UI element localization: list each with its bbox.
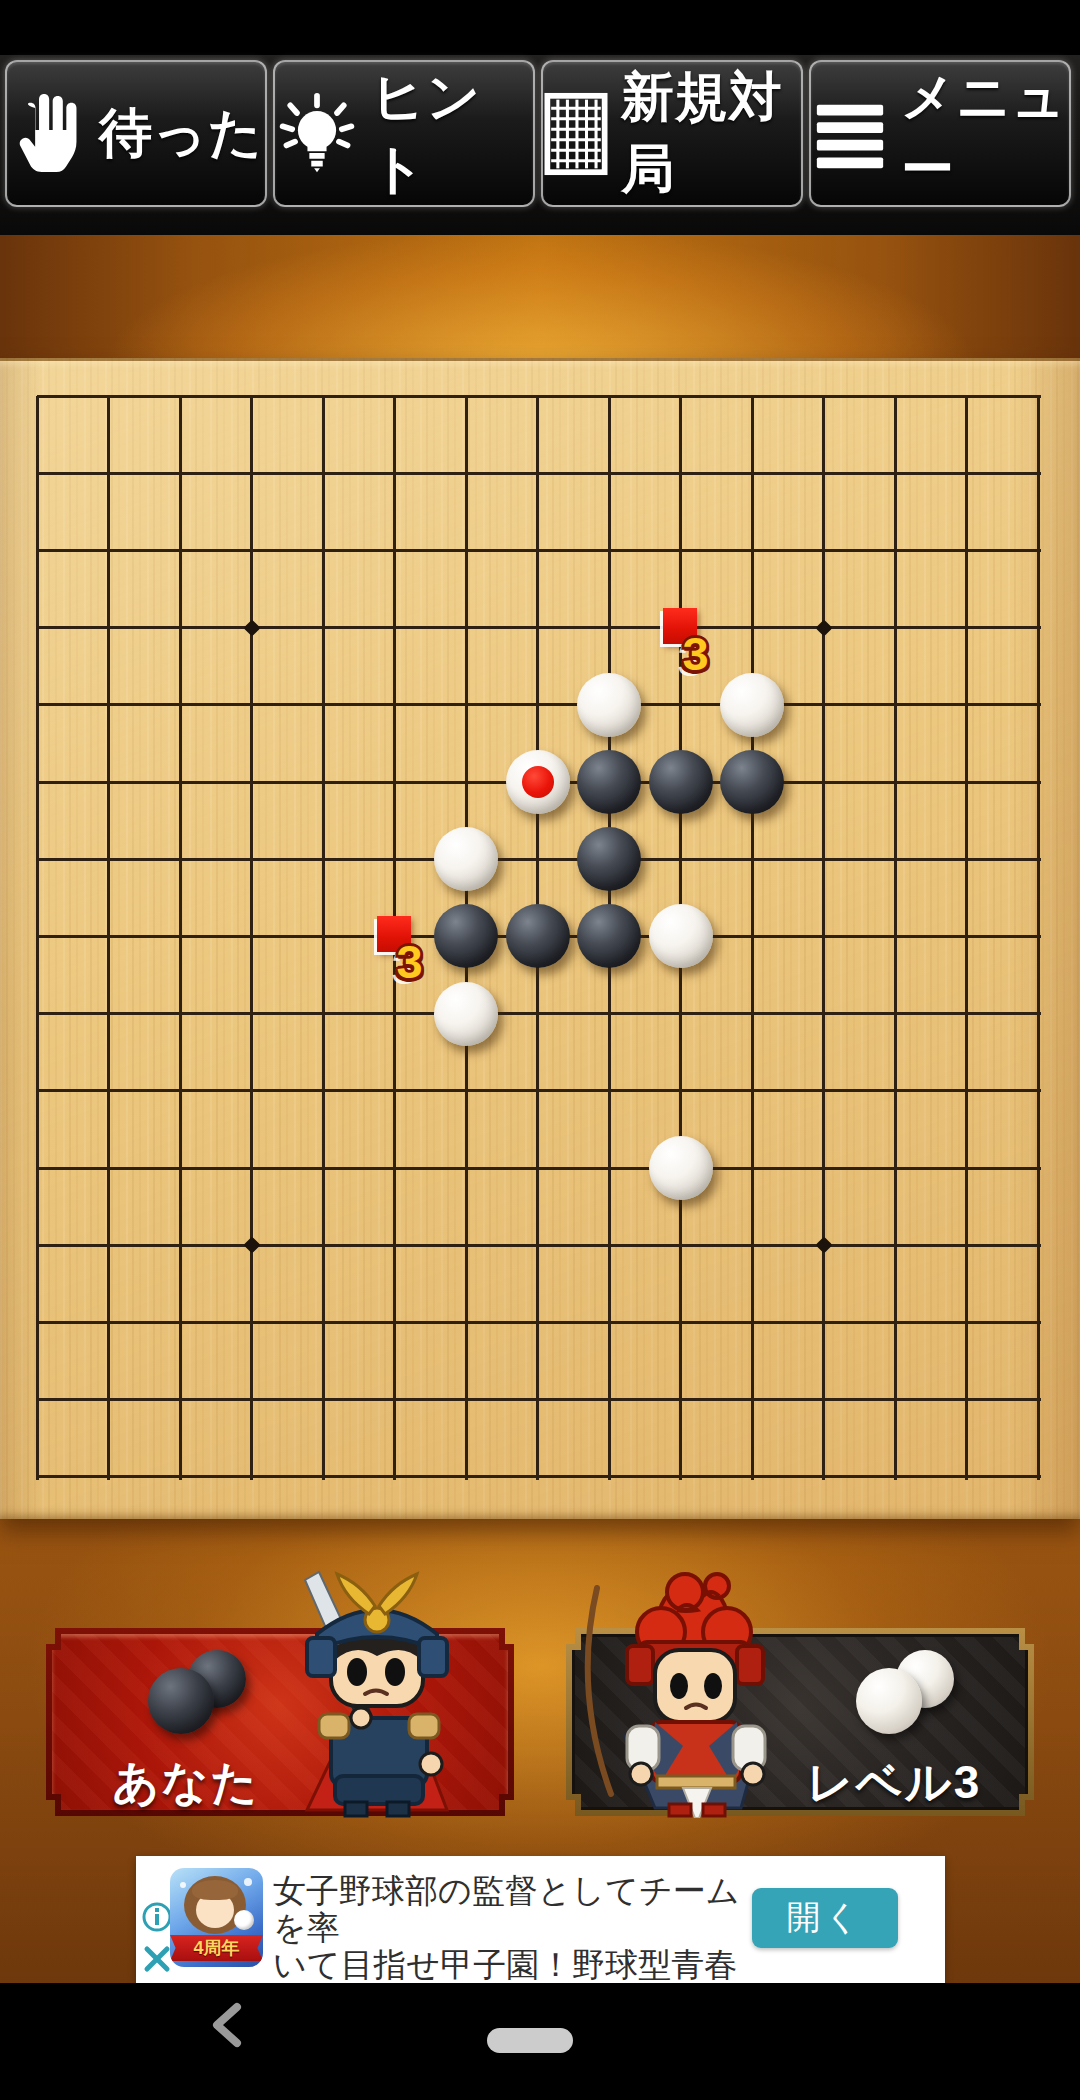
star-point — [815, 619, 832, 636]
navigation-bar — [0, 1983, 1080, 2100]
grid-line-horizontal — [37, 1398, 1041, 1401]
grid-line-vertical — [179, 396, 182, 1480]
threat-marker-number: 3 — [683, 630, 709, 677]
white-stone — [649, 1136, 713, 1200]
black-stone — [720, 750, 784, 814]
grid-line-horizontal — [37, 1475, 1041, 1478]
star-point — [815, 1237, 832, 1254]
grid-line-horizontal — [37, 1321, 1041, 1324]
white-stone — [577, 673, 641, 737]
ad-app-icon[interactable]: 4周年 — [170, 1868, 263, 1967]
black-stone — [434, 904, 498, 968]
grid-line-horizontal — [37, 1244, 1041, 1247]
baseball-icon — [234, 1910, 254, 1930]
black-stone — [649, 750, 713, 814]
grid-line-horizontal — [37, 626, 1041, 629]
grid-line-horizontal — [37, 1167, 1041, 1170]
app-screen: 待った ヒント — [0, 0, 1080, 2100]
white-stone — [649, 904, 713, 968]
grid-line-horizontal — [37, 472, 1041, 475]
white-stone — [506, 750, 570, 814]
blue-samurai-avatar — [235, 1568, 503, 1818]
ad-badge: 4周年 — [193, 1936, 239, 1960]
grid-line-horizontal — [37, 703, 1041, 706]
white-stone — [434, 827, 498, 891]
grid-line-horizontal — [37, 395, 1041, 398]
grid-line-vertical — [322, 396, 325, 1480]
ad-info-icon[interactable] — [140, 1900, 174, 1934]
star-point — [243, 619, 260, 636]
black-stone — [506, 904, 570, 968]
grid-line-horizontal — [37, 1012, 1041, 1015]
threat-marker-number: 3 — [397, 938, 423, 985]
grid-line-vertical — [1037, 396, 1040, 1480]
white-stones-icon — [856, 1668, 922, 1734]
ad-girl-bangs — [192, 1880, 238, 1900]
grid-line-horizontal — [37, 1089, 1041, 1092]
grid-line-vertical — [250, 396, 253, 1480]
grid-line-vertical — [751, 396, 754, 1480]
ad-open-button[interactable]: 開く — [752, 1888, 898, 1948]
white-stone — [434, 982, 498, 1046]
home-pill[interactable] — [487, 2028, 573, 2053]
grid-line-horizontal — [37, 549, 1041, 552]
grid-line-vertical — [965, 396, 968, 1480]
ad-anniversary-ribbon: 4周年 — [170, 1935, 263, 1961]
grid-line-vertical — [894, 396, 897, 1480]
grid-line-vertical — [822, 396, 825, 1480]
grid-line-horizontal — [37, 858, 1041, 861]
grid-line-vertical — [107, 396, 110, 1480]
black-stone — [577, 904, 641, 968]
ad-text-line1: 女子野球部の監督としてチームを率 — [273, 1872, 743, 1946]
red-samurai-avatar — [565, 1566, 805, 1818]
star-point — [243, 1237, 260, 1254]
back-icon[interactable] — [205, 2001, 249, 2049]
ad-banner[interactable]: 4周年 女子野球部の監督としてチームを率 いて目指せ甲子園！野球型青春体験 ゲー… — [136, 1856, 945, 1983]
black-stones-icon — [148, 1668, 214, 1734]
black-stone — [577, 750, 641, 814]
black-stone — [577, 827, 641, 891]
grid-line-vertical — [36, 396, 39, 1480]
ad-close-icon[interactable] — [140, 1942, 174, 1976]
last-move-marker — [522, 766, 554, 798]
white-stone — [720, 673, 784, 737]
